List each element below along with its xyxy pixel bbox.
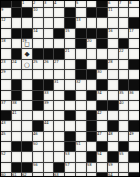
- black-cell-r11c4: [33, 101, 43, 110]
- cell-r10c11[interactable]: [108, 91, 118, 100]
- cell-r1c5[interactable]: 3: [44, 1, 54, 7]
- cell-r1c11[interactable]: 6: [108, 1, 118, 7]
- black-cell-r1c1: [1, 1, 11, 7]
- cell-r6c9[interactable]: [87, 49, 97, 58]
- cell-r12c8[interactable]: [76, 111, 86, 120]
- cell-r18c6[interactable]: 63: [54, 173, 64, 176]
- cell-r17c11[interactable]: 59: [108, 163, 118, 172]
- clue-number: 28: [108, 60, 112, 64]
- cell-r13c7[interactable]: [65, 121, 75, 130]
- cell-r7c2[interactable]: 24: [12, 60, 22, 69]
- cell-r8c12[interactable]: [119, 70, 129, 79]
- cell-r18c11[interactable]: 64: [108, 173, 118, 176]
- black-cell-r2c10: [97, 8, 107, 17]
- cell-r14c8[interactable]: [76, 132, 86, 141]
- cell-r12c3[interactable]: [22, 111, 32, 120]
- clue-number: 38: [12, 101, 16, 105]
- cell-r18c5[interactable]: [44, 173, 54, 176]
- black-cell-r14c7: [65, 132, 75, 141]
- cell-r14c13[interactable]: 49: [129, 132, 139, 141]
- cell-r8c10[interactable]: 30: [97, 70, 107, 79]
- cell-r4c7[interactable]: 15: [65, 29, 75, 38]
- cell-r17c1[interactable]: [1, 163, 11, 172]
- cell-r7c9[interactable]: [87, 60, 97, 69]
- clue-number: 11: [108, 8, 112, 12]
- black-cell-r15c7: [65, 142, 75, 151]
- cell-r7c11[interactable]: 28: [108, 60, 118, 69]
- clue-number: 20: [87, 39, 91, 43]
- clue-number: 27: [54, 60, 58, 64]
- black-cell-r7c10: [97, 60, 107, 69]
- clue-number: 21: [65, 49, 69, 53]
- cell-r13c12[interactable]: [119, 121, 129, 130]
- black-cell-r15c3: [22, 142, 32, 151]
- clue-number: 23: [1, 60, 5, 64]
- cell-r6c7[interactable]: 21: [65, 49, 75, 58]
- cell-r7c5[interactable]: 26: [44, 60, 54, 69]
- cell-r11c6[interactable]: [54, 101, 64, 110]
- clue-number: 16: [108, 29, 112, 33]
- cell-r15c1[interactable]: [1, 142, 11, 151]
- cell-r2c1[interactable]: 9: [1, 8, 11, 17]
- cell-r10c10[interactable]: 34: [97, 91, 107, 100]
- cell-r17c10[interactable]: [97, 163, 107, 172]
- cell-r13c10[interactable]: [97, 121, 107, 130]
- clue-number: 36: [129, 91, 133, 95]
- black-cell-r13c4: [33, 121, 43, 130]
- clue-number: 44: [44, 121, 48, 125]
- cell-r5c1[interactable]: 18: [1, 39, 11, 48]
- clue-number: 22: [119, 49, 123, 53]
- cell-r14c2[interactable]: [12, 132, 22, 141]
- cell-r13c8[interactable]: [76, 121, 86, 130]
- clue-number: 15: [65, 29, 69, 33]
- cell-r15c13[interactable]: [129, 142, 139, 151]
- cell-r8c11[interactable]: [108, 70, 118, 79]
- cell-r15c4[interactable]: 50: [33, 142, 43, 151]
- clue-number: 47: [97, 132, 101, 136]
- cell-r10c5[interactable]: 33: [44, 91, 54, 100]
- black-cell-r13c9: [87, 121, 97, 130]
- cell-r7c4[interactable]: 25: [33, 60, 43, 69]
- cell-r9c8[interactable]: 32: [76, 80, 86, 89]
- clue-number: 30: [97, 70, 101, 74]
- cell-r1c12[interactable]: 7: [119, 1, 129, 7]
- cell-r16c12[interactable]: 55: [119, 152, 129, 161]
- cell-r16c2[interactable]: [12, 152, 22, 161]
- printed-mark-glyph: ○: [24, 61, 30, 68]
- clue-number: 14: [33, 29, 37, 33]
- cell-r8c3[interactable]: [22, 70, 32, 79]
- clue-number: 59: [108, 163, 112, 167]
- cell-r5c3[interactable]: 19◻: [22, 39, 32, 48]
- black-cell-r17c3: [22, 163, 32, 172]
- cell-r17c13[interactable]: [129, 163, 139, 172]
- clue-number: 2: [33, 1, 35, 5]
- cell-r5c9[interactable]: 20: [87, 39, 97, 48]
- clue-number: 31: [54, 80, 58, 84]
- cell-r7c1[interactable]: 23: [1, 60, 11, 69]
- cell-r17c9[interactable]: 58: [87, 163, 97, 172]
- printed-mark-glyph: ◻: [24, 41, 29, 48]
- cell-r15c6[interactable]: [54, 142, 64, 151]
- cell-r1c9[interactable]: [87, 1, 97, 7]
- cell-r2c12[interactable]: [119, 8, 129, 17]
- cell-r15c8[interactable]: 51: [76, 142, 86, 151]
- clue-number: 62: [22, 173, 26, 176]
- cell-r1c13[interactable]: 8: [129, 1, 139, 7]
- cell-r10c6[interactable]: [54, 91, 64, 100]
- black-cell-r6c6: [54, 49, 64, 58]
- cell-r8c1[interactable]: 29: [1, 70, 11, 79]
- cell-r17c5[interactable]: [44, 163, 54, 172]
- cell-r13c5[interactable]: 44: [44, 121, 54, 130]
- black-cell-r6c2: [12, 49, 22, 58]
- cell-r8c2[interactable]: [12, 70, 22, 79]
- black-cell-r1c10: [97, 1, 107, 7]
- black-cell-r10c4: [33, 91, 43, 100]
- cell-r1c7[interactable]: [65, 1, 75, 7]
- cell-r5c7[interactable]: [65, 39, 75, 48]
- cell-r14c3[interactable]: [22, 132, 32, 141]
- cell-r12c13[interactable]: [129, 111, 139, 120]
- black-cell-r16c13: [129, 152, 139, 161]
- black-cell-r5c12: [119, 39, 129, 48]
- cell-r3c1[interactable]: 12: [1, 18, 11, 27]
- clue-number: 6: [108, 1, 110, 5]
- clue-number: 45: [1, 132, 5, 136]
- black-cell-r12c7: [65, 111, 75, 120]
- cell-r11c1[interactable]: 37: [1, 101, 11, 110]
- black-cell-r15c2: [12, 142, 22, 151]
- cell-r13c2[interactable]: [12, 121, 22, 130]
- black-cell-r4c9: [87, 29, 97, 38]
- cell-r2c8[interactable]: [76, 8, 86, 17]
- cell-r10c13[interactable]: 36: [129, 91, 139, 100]
- clue-number: 1: [22, 1, 24, 5]
- cell-r4c13[interactable]: 17: [129, 29, 139, 38]
- cell-r16c6[interactable]: [54, 152, 64, 161]
- cell-r9c3[interactable]: [22, 80, 32, 89]
- cell-r6c11[interactable]: [108, 49, 118, 58]
- cell-r7c12[interactable]: [119, 60, 129, 69]
- black-cell-r7c13: [129, 60, 139, 69]
- cell-r15c5[interactable]: [44, 142, 54, 151]
- cell-r18c12[interactable]: [119, 173, 129, 176]
- cell-r17c7[interactable]: 57: [65, 163, 75, 172]
- clue-number: 63: [54, 173, 58, 176]
- clue-number: 18: [1, 39, 5, 43]
- cell-r5c11[interactable]: [108, 39, 118, 48]
- black-cell-r17c6: [54, 163, 64, 172]
- black-cell-r10c2: [12, 91, 22, 100]
- clue-number: 60: [1, 173, 5, 176]
- cell-r11c5[interactable]: 39: [44, 101, 54, 110]
- cell-r5c2[interactable]: [12, 39, 22, 48]
- cell-r4c4[interactable]: 14: [33, 29, 43, 38]
- cell-r7c6[interactable]: 27: [54, 60, 64, 69]
- black-cell-r9c13: [129, 80, 139, 89]
- cell-r11c13[interactable]: [129, 101, 139, 110]
- black-cell-r14c9: [87, 132, 97, 141]
- cell-r11c2[interactable]: 38: [12, 101, 22, 110]
- cell-r2c4[interactable]: 10: [33, 8, 43, 17]
- clue-number: 33: [44, 91, 48, 95]
- black-cell-r12c9: [87, 111, 97, 120]
- cell-r14c6[interactable]: [54, 132, 64, 141]
- cell-r14c4[interactable]: 46: [33, 132, 43, 141]
- cell-r9c11[interactable]: [108, 80, 118, 89]
- cell-r14c1[interactable]: 45: [1, 132, 11, 141]
- cell-r8c4[interactable]: [33, 70, 43, 79]
- cell-r11c9[interactable]: [87, 101, 97, 110]
- clue-number: 17: [129, 29, 133, 33]
- clue-number: 52: [1, 152, 5, 156]
- cell-r3c4[interactable]: [33, 18, 43, 27]
- cell-r8c5[interactable]: [44, 70, 54, 79]
- cell-r14c5[interactable]: [44, 132, 54, 141]
- cell-r2c6[interactable]: [54, 8, 64, 17]
- clue-number: 8: [129, 1, 131, 5]
- cell-r2c13[interactable]: [129, 8, 139, 17]
- clue-number: 43: [1, 121, 5, 125]
- cell-r4c5[interactable]: [44, 29, 54, 38]
- cell-r15c11[interactable]: [108, 142, 118, 151]
- black-cell-r18c13: [129, 173, 139, 176]
- clue-number: 34: [97, 91, 101, 95]
- crossword-screenshot: 12345678910111213141516171819◻20◆2122232…: [0, 0, 140, 177]
- black-cell-r6c4: [33, 49, 43, 58]
- black-cell-r10c9: [87, 91, 97, 100]
- black-cell-r11c11: [108, 101, 118, 110]
- black-cell-r15c10: [97, 142, 107, 151]
- cell-r10c12[interactable]: 35: [119, 91, 129, 100]
- cell-r10c8[interactable]: [76, 91, 86, 100]
- cell-r18c8[interactable]: [76, 173, 86, 176]
- cell-r5c13[interactable]: [129, 39, 139, 48]
- cell-r11c12[interactable]: 40: [119, 101, 129, 110]
- cell-r11c3[interactable]: [22, 101, 32, 110]
- cell-r1c3[interactable]: 1: [22, 1, 32, 7]
- black-cell-r17c2: [12, 163, 22, 172]
- cell-r4c11[interactable]: 16: [108, 29, 118, 38]
- cell-r14c11[interactable]: 48: [108, 132, 118, 141]
- cell-r13c6[interactable]: [54, 121, 64, 130]
- cell-r17c12[interactable]: [119, 163, 129, 172]
- cell-r14c12[interactable]: [119, 132, 129, 141]
- cell-r16c7[interactable]: 53: [65, 152, 75, 161]
- clue-number: 25: [33, 60, 37, 64]
- cell-r8c6[interactable]: [54, 70, 64, 79]
- black-cell-r16c9: [87, 152, 97, 161]
- black-cell-r13c11: [108, 121, 118, 130]
- cell-r5c4[interactable]: [33, 39, 43, 48]
- black-cell-r1c2: [12, 1, 22, 7]
- black-cell-r18c10: [97, 173, 107, 176]
- cell-r12c11[interactable]: [108, 111, 118, 120]
- cell-r12c2[interactable]: 41: [12, 111, 22, 120]
- cell-r2c5[interactable]: [44, 8, 54, 17]
- black-cell-r7c8: [76, 60, 86, 69]
- cell-r16c5[interactable]: [44, 152, 54, 161]
- black-cell-r15c12: [119, 142, 129, 151]
- cell-r10c3[interactable]: [22, 91, 32, 100]
- black-cell-r3c7: [65, 18, 75, 27]
- cell-r11c7[interactable]: [65, 101, 75, 110]
- cell-r4c1[interactable]: [1, 29, 11, 38]
- cell-r1c6[interactable]: 4: [54, 1, 64, 7]
- clue-number: 58: [87, 163, 91, 167]
- cell-r18c9[interactable]: [87, 173, 97, 176]
- clue-number: 39: [44, 101, 48, 105]
- cell-r5c6[interactable]: [54, 39, 64, 48]
- clue-number: 56: [33, 163, 37, 167]
- black-cell-r4c6: [54, 29, 64, 38]
- cell-r3c5[interactable]: [44, 18, 54, 27]
- cell-r9c9[interactable]: [87, 80, 97, 89]
- black-cell-r9c4: [33, 80, 43, 89]
- cell-r12c10[interactable]: 42: [97, 111, 107, 120]
- cell-r16c1[interactable]: 52: [1, 152, 11, 161]
- cell-r4c12[interactable]: [119, 29, 129, 38]
- clue-number: 50: [33, 142, 37, 146]
- clue-number: 40: [119, 101, 123, 105]
- cell-r3c3[interactable]: [22, 18, 32, 27]
- cell-r3c11[interactable]: [108, 18, 118, 27]
- cell-r6c1[interactable]: [1, 49, 11, 58]
- cell-r2c11[interactable]: 11: [108, 8, 118, 17]
- cell-r9c6[interactable]: 31: [54, 80, 64, 89]
- cell-r11c8[interactable]: [76, 101, 86, 110]
- black-cell-r11c10: [97, 101, 107, 110]
- clue-number: 41: [12, 111, 16, 115]
- black-cell-r2c7: [65, 8, 75, 17]
- clue-number: 35: [119, 91, 123, 95]
- cell-r9c7[interactable]: [65, 80, 75, 89]
- clue-number: 54: [97, 152, 101, 156]
- cell-r1c8[interactable]: 5: [76, 1, 86, 7]
- cell-r18c7[interactable]: [65, 173, 75, 176]
- cell-r1c4[interactable]: 2: [33, 1, 43, 7]
- cell-r13c1[interactable]: 43: [1, 121, 11, 130]
- clue-number: 13: [76, 18, 80, 22]
- cell-r5c5[interactable]: [44, 39, 54, 48]
- cell-r16c10[interactable]: 54: [97, 152, 107, 161]
- cell-r3c9[interactable]: [87, 18, 97, 27]
- cell-r8c7[interactable]: [65, 70, 75, 79]
- clue-number: 26: [44, 60, 48, 64]
- cell-r15c9[interactable]: [87, 142, 97, 151]
- clue-number: 64: [108, 173, 112, 176]
- clue-number: 9: [1, 8, 3, 12]
- clue-number: 24: [12, 60, 16, 64]
- cell-r16c8[interactable]: [76, 152, 86, 161]
- clue-number: 4: [54, 1, 56, 5]
- cell-r6c3[interactable]: ◆: [22, 49, 32, 58]
- cell-r6c12[interactable]: 22: [119, 49, 129, 58]
- clue-number: 3: [44, 1, 46, 5]
- black-cell-r8c9: [87, 70, 97, 79]
- cell-r6c10[interactable]: [97, 49, 107, 58]
- cell-r3c10[interactable]: [97, 18, 107, 27]
- cell-r12c5[interactable]: [44, 111, 54, 120]
- cell-r7c3[interactable]: ○: [22, 60, 32, 69]
- black-cell-r4c10: [97, 29, 107, 38]
- black-cell-r3c13: [129, 18, 139, 27]
- black-cell-r16c11: [108, 152, 118, 161]
- black-cell-r4c3: [22, 29, 32, 38]
- cell-r12c6[interactable]: [54, 111, 64, 120]
- black-cell-r2c2: [12, 8, 22, 17]
- cell-r6c13[interactable]: [129, 49, 139, 58]
- black-cell-r9c2: [12, 80, 22, 89]
- cell-r18c3[interactable]: 62: [22, 173, 32, 176]
- black-cell-r5c10: [97, 39, 107, 48]
- black-cell-r12c1: [1, 111, 11, 120]
- clue-number: 42: [97, 111, 101, 115]
- cell-r6c8[interactable]: [76, 49, 86, 58]
- clue-number: 7: [119, 1, 121, 5]
- clue-number: 51: [76, 142, 80, 146]
- cell-r18c2[interactable]: 61: [12, 173, 22, 176]
- clue-number: 49: [129, 132, 133, 136]
- cell-r12c4[interactable]: [33, 111, 43, 120]
- black-cell-r2c9: [87, 8, 97, 17]
- clue-number: 53: [65, 152, 69, 156]
- clue-number: 55: [119, 152, 123, 156]
- cell-r16c3[interactable]: [22, 152, 32, 161]
- cell-r13c3[interactable]: [22, 121, 32, 130]
- black-cell-r4c2: [12, 29, 22, 38]
- black-cell-r8c8: [76, 70, 86, 79]
- black-cell-r9c5: [44, 80, 54, 89]
- clue-number: 12: [1, 18, 5, 22]
- cell-r7c7[interactable]: [65, 60, 75, 69]
- black-cell-r2c3: [22, 8, 32, 17]
- cell-r17c4[interactable]: 56: [33, 163, 43, 172]
- crossword-grid: 12345678910111213141516171819◻20◆2122232…: [0, 0, 140, 177]
- black-cell-r9c10: [97, 80, 107, 89]
- clue-number: 46: [33, 132, 37, 136]
- clue-number: 29: [1, 70, 5, 74]
- cell-r3c6[interactable]: [54, 18, 64, 27]
- clue-number: 32: [76, 80, 80, 84]
- clue-number: 57: [65, 163, 69, 167]
- cell-r9c1[interactable]: [1, 80, 11, 89]
- clue-number: 61: [12, 173, 16, 176]
- black-cell-r5c8: [76, 39, 86, 48]
- black-cell-r9c12: [119, 80, 129, 89]
- cell-r3c12[interactable]: [119, 18, 129, 27]
- cell-r18c1[interactable]: 60: [1, 173, 11, 176]
- clue-number: 37: [1, 101, 5, 105]
- cell-r8c13[interactable]: [129, 70, 139, 79]
- cell-r12c12[interactable]: [119, 111, 129, 120]
- cell-r18c4[interactable]: [33, 173, 43, 176]
- black-cell-r10c7: [65, 91, 75, 100]
- cell-r3c8[interactable]: 13: [76, 18, 86, 27]
- cell-r10c1[interactable]: [1, 91, 11, 100]
- printed-mark-glyph: ◆: [25, 51, 30, 58]
- cell-r16c4[interactable]: [33, 152, 43, 161]
- cell-r3c2[interactable]: [12, 18, 22, 27]
- clue-number: 48: [108, 132, 112, 136]
- black-cell-r6c5: [44, 49, 54, 58]
- cell-r17c8[interactable]: [76, 163, 86, 172]
- cell-r14c10[interactable]: 47: [97, 132, 107, 141]
- black-cell-r13c13: [129, 121, 139, 130]
- black-cell-r4c8: [76, 29, 86, 38]
